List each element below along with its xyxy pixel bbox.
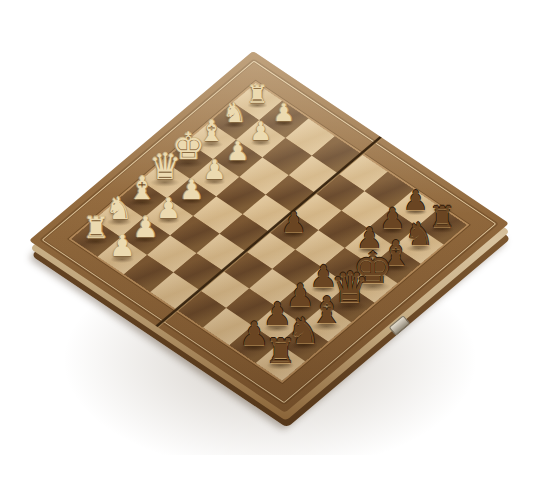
chess-set-photo: ♜♟♞♟♝♟♚♟♛♟♝♟♟♞♜♟♟♟♜♞♟♟♝♚♟♛♟♝♟♞♟♜ <box>0 0 540 500</box>
